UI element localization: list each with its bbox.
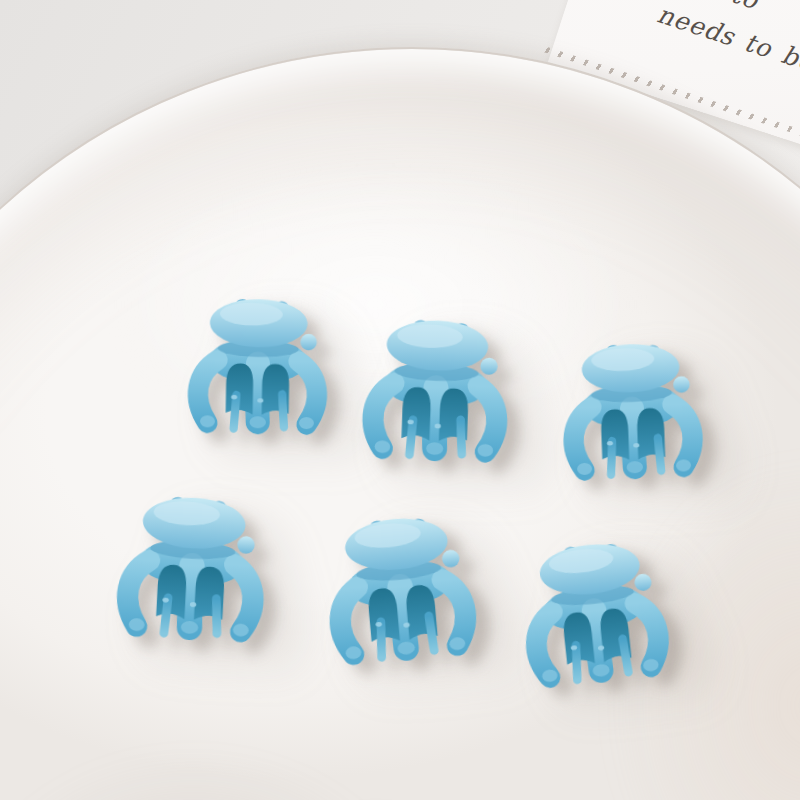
hair-claw-clip-1	[182, 283, 335, 443]
hair-claw-clip-3	[554, 327, 709, 490]
photo-stage: e to needs to be s	[0, 0, 800, 800]
hair-claw-clip-4	[109, 478, 275, 652]
paper-text-line-1: e to	[701, 0, 762, 15]
paper-text-line-2: needs to be s	[654, 0, 800, 85]
hair-claw-clip-6	[509, 522, 679, 699]
hair-claw-clip-2	[355, 302, 517, 471]
hair-claw-clip-5	[314, 496, 486, 675]
